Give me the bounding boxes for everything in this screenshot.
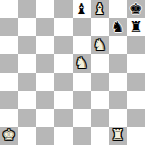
square-a6[interactable]	[0, 36, 18, 54]
white-rook-piece: ♜	[111, 128, 124, 143]
square-b2[interactable]	[18, 109, 36, 127]
square-c8[interactable]	[36, 0, 54, 18]
square-h5[interactable]	[127, 54, 145, 72]
square-b5[interactable]	[18, 54, 36, 72]
square-f3[interactable]	[91, 91, 109, 109]
square-g3[interactable]	[109, 91, 127, 109]
square-g2[interactable]	[109, 109, 127, 127]
square-e5[interactable]: ♞	[73, 54, 91, 72]
square-d8[interactable]	[54, 0, 72, 18]
square-d3[interactable]	[54, 91, 72, 109]
square-a7[interactable]	[0, 18, 18, 36]
square-e8[interactable]: ♝	[73, 0, 91, 18]
square-g4[interactable]	[109, 73, 127, 91]
chess-board: ♝♝♚♞♜♞♞♚♜	[0, 0, 145, 145]
black-bishop-piece: ♝	[75, 2, 88, 17]
square-b4[interactable]	[18, 73, 36, 91]
square-f7[interactable]	[91, 18, 109, 36]
square-g7[interactable]: ♞	[109, 18, 127, 36]
square-c4[interactable]	[36, 73, 54, 91]
square-c6[interactable]	[36, 36, 54, 54]
square-d1[interactable]	[54, 127, 72, 145]
square-b8[interactable]	[18, 0, 36, 18]
square-e1[interactable]	[73, 127, 91, 145]
square-e7[interactable]	[73, 18, 91, 36]
square-e3[interactable]	[73, 91, 91, 109]
square-h1[interactable]	[127, 127, 145, 145]
square-e4[interactable]	[73, 73, 91, 91]
square-d5[interactable]	[54, 54, 72, 72]
square-h6[interactable]	[127, 36, 145, 54]
square-b1[interactable]	[18, 127, 36, 145]
square-a1[interactable]: ♚	[0, 127, 18, 145]
square-g6[interactable]	[109, 36, 127, 54]
square-a3[interactable]	[0, 91, 18, 109]
square-h4[interactable]	[127, 73, 145, 91]
square-a8[interactable]	[0, 0, 18, 18]
square-f2[interactable]	[91, 109, 109, 127]
square-c7[interactable]	[36, 18, 54, 36]
square-d7[interactable]	[54, 18, 72, 36]
square-e2[interactable]	[73, 109, 91, 127]
square-b6[interactable]	[18, 36, 36, 54]
square-g1[interactable]: ♜	[109, 127, 127, 145]
white-bishop-piece: ♝	[93, 2, 106, 17]
square-e6[interactable]	[73, 36, 91, 54]
square-c3[interactable]	[36, 91, 54, 109]
square-g8[interactable]	[109, 0, 127, 18]
square-b7[interactable]	[18, 18, 36, 36]
square-f6[interactable]: ♞	[91, 36, 109, 54]
square-d2[interactable]	[54, 109, 72, 127]
square-d4[interactable]	[54, 73, 72, 91]
square-h2[interactable]	[127, 109, 145, 127]
square-a5[interactable]	[0, 54, 18, 72]
square-c5[interactable]	[36, 54, 54, 72]
square-f5[interactable]	[91, 54, 109, 72]
white-knight-piece: ♞	[75, 56, 88, 71]
square-h8[interactable]: ♚	[127, 0, 145, 18]
square-d6[interactable]	[54, 36, 72, 54]
black-king-piece: ♚	[129, 2, 142, 17]
square-c2[interactable]	[36, 109, 54, 127]
black-knight-piece: ♞	[111, 20, 124, 35]
white-king-piece: ♚	[2, 128, 15, 143]
square-h3[interactable]	[127, 91, 145, 109]
black-rook-piece: ♜	[129, 20, 142, 35]
square-c1[interactable]	[36, 127, 54, 145]
square-a2[interactable]	[0, 109, 18, 127]
square-b3[interactable]	[18, 91, 36, 109]
square-f1[interactable]	[91, 127, 109, 145]
square-f4[interactable]	[91, 73, 109, 91]
square-a4[interactable]	[0, 73, 18, 91]
square-g5[interactable]	[109, 54, 127, 72]
square-h7[interactable]: ♜	[127, 18, 145, 36]
white-knight-piece: ♞	[93, 38, 106, 53]
square-f8[interactable]: ♝	[91, 0, 109, 18]
